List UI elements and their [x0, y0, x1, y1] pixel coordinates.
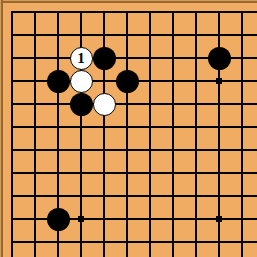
stone-white-5-5: [93, 93, 116, 116]
stone-black-3-10: [47, 208, 70, 231]
stone-white-4-3: 1: [70, 47, 93, 70]
board-edge-left: [0, 0, 3, 257]
stone-black-5-3: [93, 47, 116, 70]
grid-line-horizontal-5: [11, 103, 257, 105]
grid-line-horizontal-2: [11, 34, 257, 36]
grid-line-vertical-8: [172, 11, 174, 257]
stone-black-4-5: [70, 93, 93, 116]
grid-line-horizontal-8: [11, 172, 257, 174]
go-board: 1: [0, 0, 257, 257]
grid-line-vertical-1: [11, 11, 13, 257]
grid-line-horizontal-7: [11, 149, 257, 151]
star-point-10-10: [216, 216, 222, 222]
grid-line-horizontal-6: [11, 126, 257, 128]
grid-line-horizontal-9: [11, 195, 257, 197]
grid-line-vertical-11: [241, 11, 243, 257]
grid-line-horizontal-11: [11, 241, 257, 243]
grid-line-horizontal-1: [11, 11, 257, 13]
grid-line-vertical-7: [149, 11, 151, 257]
stone-black-10-3: [208, 47, 231, 70]
grid-line-vertical-9: [195, 11, 197, 257]
star-point-4-10: [78, 216, 84, 222]
grid-line-vertical-6: [126, 11, 128, 257]
go-diagram: 1: [0, 0, 257, 257]
stone-black-3-4: [47, 70, 70, 93]
grid-line-vertical-2: [34, 11, 36, 257]
board-edge-top: [0, 0, 257, 3]
star-point-10-4: [216, 78, 222, 84]
stone-black-6-4: [116, 70, 139, 93]
stone-white-4-4: [70, 70, 93, 93]
stone-move-number-label: 1: [77, 51, 85, 66]
